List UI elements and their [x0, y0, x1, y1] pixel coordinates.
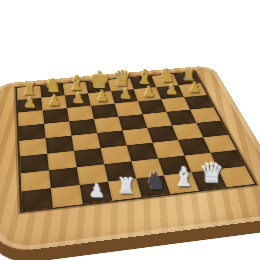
- square-e1: ♞: [136, 175, 170, 197]
- square-c1: ♟: [80, 182, 113, 204]
- square-h5: [190, 107, 220, 123]
- chess-scene: ♜♞♝♚♛♝♞♜♟♟♟♟♟♟♟♟♟♜♞♝♛: [0, 0, 260, 260]
- square-g4: [172, 123, 203, 140]
- square-a4: [19, 138, 47, 156]
- square-a5: [19, 124, 46, 141]
- photo-canvas: ♜♞♝♚♛♝♞♜♟♟♟♟♟♟♟♟♟♜♞♝♛: [0, 0, 260, 260]
- square-b1: [51, 185, 83, 208]
- square-c6: [67, 106, 94, 122]
- chess-board: ♜♞♝♚♛♝♞♜♟♟♟♟♟♟♟♟♟♜♞♝♛: [0, 65, 260, 255]
- board-grid: ♜♞♝♚♛♝♞♜♟♟♟♟♟♟♟♟♟♜♞♝♛: [17, 72, 254, 211]
- square-d5: [94, 117, 122, 133]
- square-b4: [46, 136, 74, 154]
- square-h6: [184, 95, 213, 110]
- square-f1: ♝: [164, 172, 199, 193]
- square-f2: [158, 156, 191, 176]
- square-a2: [21, 170, 51, 191]
- square-a6: [18, 110, 44, 126]
- square-d1: ♜: [108, 179, 141, 201]
- square-d2: [104, 161, 136, 181]
- square-a3: [20, 154, 49, 174]
- square-a7: ♟: [18, 98, 43, 113]
- piece-gold-rook: ♜: [174, 67, 204, 84]
- square-a1: [22, 188, 53, 211]
- square-e4: [122, 128, 152, 145]
- square-c5: [69, 119, 97, 136]
- square-c4: [72, 133, 101, 151]
